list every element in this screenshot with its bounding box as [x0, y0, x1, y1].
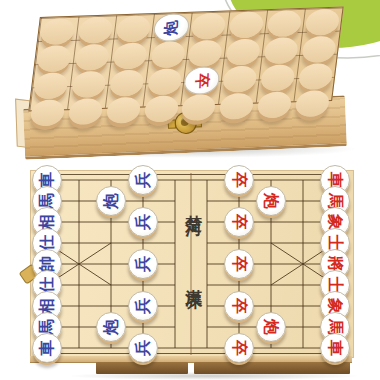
piece-glyph: 兵	[135, 340, 151, 356]
stored-piece[interactable]	[74, 44, 110, 71]
piece-glyph: 車	[327, 340, 343, 356]
stored-pieces-grid: 炮卒	[29, 8, 342, 111]
stored-piece[interactable]	[191, 13, 227, 40]
stored-piece[interactable]	[78, 16, 114, 43]
piece-glyph: 炮	[103, 319, 119, 335]
piece-glyph: 車	[39, 340, 55, 356]
piece-red-cannon[interactable]: 炮	[256, 312, 286, 342]
piece-blue-cannon[interactable]: 炮	[96, 312, 126, 342]
product-photo: 炮卒 楚河 漢界 車馬相仕帥仕相馬車炮炮兵兵兵兵兵卒卒卒卒卒炮炮車馬象士將士象馬…	[0, 0, 380, 380]
piece-red-chariot[interactable]: 車	[320, 333, 350, 363]
piece-blue-soldier[interactable]: 兵	[128, 333, 158, 363]
piece-glyph: 卒	[231, 256, 247, 272]
stored-piece[interactable]	[36, 45, 72, 72]
stored-piece[interactable]	[33, 72, 69, 99]
piece-red-soldier[interactable]: 卒	[224, 291, 254, 321]
piece-red-soldier[interactable]: 卒	[224, 249, 254, 279]
piece-red-cannon[interactable]: 炮	[256, 186, 286, 216]
piece-glyph: 炮	[263, 319, 279, 335]
stored-piece[interactable]	[115, 15, 151, 42]
stored-piece[interactable]	[109, 69, 145, 96]
stored-piece[interactable]	[71, 71, 107, 98]
piece-blue-soldier[interactable]: 兵	[128, 249, 158, 279]
piece-red-soldier[interactable]: 卒	[224, 207, 254, 237]
stored-piece[interactable]	[263, 37, 299, 64]
floor-shadow	[70, 372, 356, 380]
stored-piece-glyph: 卒	[194, 72, 210, 89]
stored-piece-face-up-blue-cannon[interactable]: 炮	[152, 13, 190, 42]
stored-piece[interactable]	[40, 18, 76, 45]
piece-red-soldier[interactable]: 卒	[224, 333, 254, 363]
piece-glyph: 卒	[231, 298, 247, 314]
stored-piece[interactable]	[297, 63, 333, 90]
box-lid: 炮卒	[28, 6, 343, 111]
stored-piece[interactable]	[266, 10, 302, 37]
closed-box: 炮卒	[0, 0, 380, 170]
piece-red-soldier[interactable]: 卒	[224, 165, 254, 195]
piece-glyph: 炮	[263, 193, 279, 209]
stored-piece-face-up-red-soldier[interactable]: 卒	[183, 66, 221, 95]
stored-piece[interactable]	[228, 11, 264, 38]
piece-blue-chariot[interactable]: 車	[32, 333, 62, 363]
piece-blue-soldier[interactable]: 兵	[128, 207, 158, 237]
stored-piece-glyph: 炮	[163, 19, 179, 36]
piece-glyph: 兵	[135, 214, 151, 230]
stored-piece[interactable]	[301, 36, 337, 63]
stored-piece[interactable]	[146, 68, 182, 95]
piece-glyph: 炮	[103, 193, 119, 209]
piece-glyph: 兵	[135, 256, 151, 272]
xiangqi-board: 楚河 漢界 車馬相仕帥仕相馬車炮炮兵兵兵兵兵卒卒卒卒卒炮炮車馬象士將士象馬車	[30, 170, 354, 358]
stored-piece[interactable]	[225, 38, 261, 65]
stored-piece[interactable]	[222, 65, 258, 92]
open-board-assembly: 楚河 漢界 車馬相仕帥仕相馬車炮炮兵兵兵兵兵卒卒卒卒卒炮炮車馬象士將士象馬車	[0, 166, 380, 380]
stored-piece[interactable]	[187, 40, 223, 67]
stored-piece[interactable]	[112, 42, 148, 69]
piece-glyph: 兵	[135, 298, 151, 314]
stored-piece[interactable]	[260, 64, 296, 91]
piece-glyph: 卒	[231, 214, 247, 230]
piece-glyph: 卒	[231, 172, 247, 188]
piece-layer: 車馬相仕帥仕相馬車炮炮兵兵兵兵兵卒卒卒卒卒炮炮車馬象士將士象馬車	[31, 169, 351, 358]
stored-piece[interactable]	[150, 41, 186, 68]
piece-glyph: 兵	[135, 172, 151, 188]
stored-piece[interactable]	[304, 9, 340, 36]
piece-blue-soldier[interactable]: 兵	[128, 291, 158, 321]
piece-blue-soldier[interactable]: 兵	[128, 165, 158, 195]
piece-glyph: 卒	[231, 340, 247, 356]
piece-blue-cannon[interactable]: 炮	[96, 186, 126, 216]
